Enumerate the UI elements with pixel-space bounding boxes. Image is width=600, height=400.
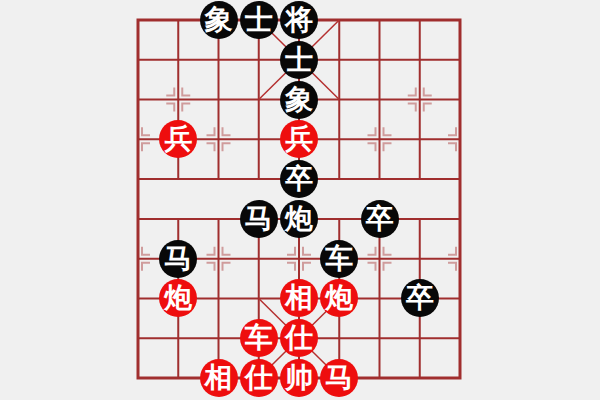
- piece-red-advisor[interactable]: 仕: [280, 319, 318, 357]
- piece-black-horse[interactable]: 马: [159, 240, 197, 278]
- piece-red-advisor[interactable]: 仕: [240, 359, 278, 397]
- piece-black-soldier[interactable]: 卒: [401, 279, 439, 317]
- piece-red-chariot[interactable]: 车: [240, 319, 278, 357]
- piece-red-elephant[interactable]: 相: [200, 359, 238, 397]
- xiangqi-board: 象士将士象兵兵卒马炮卒马车炮相炮卒车仕相仕帅马: [0, 0, 600, 400]
- piece-red-soldier[interactable]: 兵: [280, 120, 318, 158]
- piece-black-advisor[interactable]: 士: [280, 41, 318, 79]
- piece-red-horse[interactable]: 马: [320, 359, 358, 397]
- piece-black-horse[interactable]: 马: [240, 200, 278, 238]
- piece-black-general[interactable]: 将: [280, 1, 318, 39]
- piece-red-cannon[interactable]: 炮: [159, 279, 197, 317]
- piece-red-soldier[interactable]: 兵: [159, 120, 197, 158]
- piece-black-soldier[interactable]: 卒: [361, 200, 399, 238]
- piece-black-elephant[interactable]: 象: [200, 1, 238, 39]
- piece-red-elephant[interactable]: 相: [280, 279, 318, 317]
- piece-black-cannon[interactable]: 炮: [280, 200, 318, 238]
- piece-black-elephant[interactable]: 象: [280, 81, 318, 119]
- pieces-layer: 象士将士象兵兵卒马炮卒马车炮相炮卒车仕相仕帅马: [0, 0, 600, 400]
- piece-black-chariot[interactable]: 车: [320, 240, 358, 278]
- piece-red-general[interactable]: 帅: [280, 359, 318, 397]
- piece-red-cannon[interactable]: 炮: [320, 279, 358, 317]
- piece-black-advisor[interactable]: 士: [240, 1, 278, 39]
- piece-black-soldier[interactable]: 卒: [280, 160, 318, 198]
